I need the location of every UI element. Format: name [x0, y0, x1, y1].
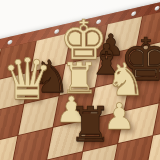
board-grid [0, 0, 160, 160]
hinge-pin [7, 40, 13, 46]
hinge-pin [130, 11, 136, 17]
photo-background: ♚♟♛♞♜♝♚♟♞♜♟ [0, 0, 160, 160]
chess-board [0, 0, 160, 160]
square-r0c5[interactable] [137, 8, 160, 47]
hinge-pin [53, 29, 59, 35]
hinge-pin [154, 6, 160, 12]
hinge-pin [95, 19, 101, 25]
